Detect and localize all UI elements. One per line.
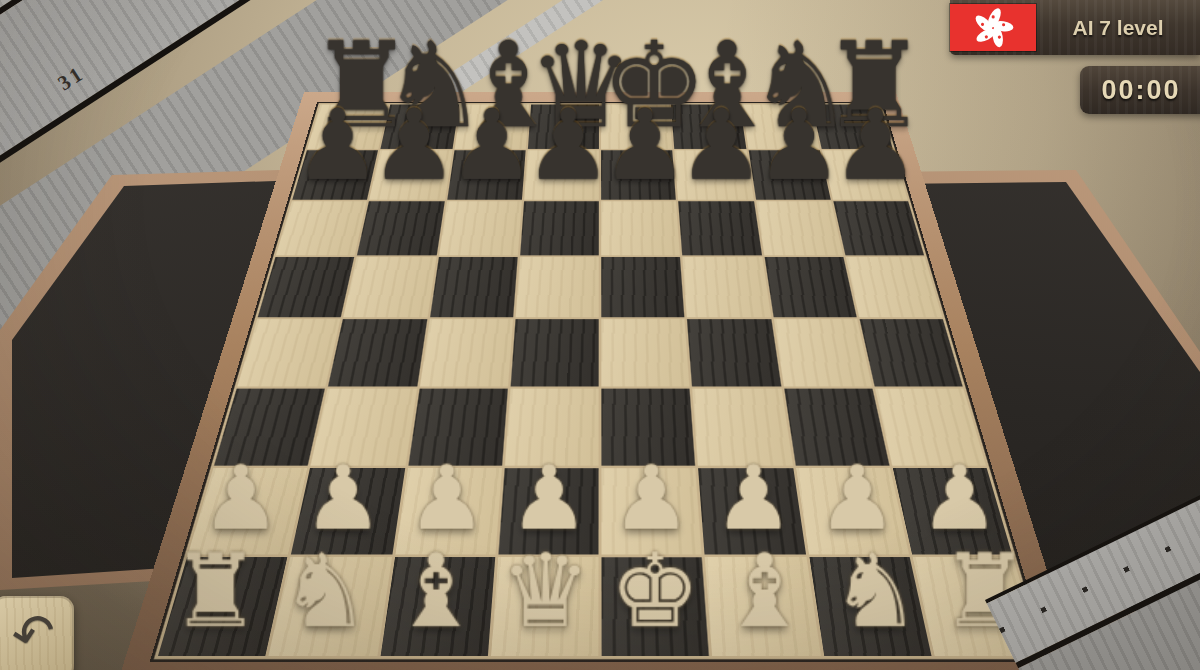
square-g6[interactable]: [756, 201, 843, 255]
square-a7[interactable]: ♟: [292, 150, 378, 199]
black-pawn-d7[interactable]: ♟: [524, 97, 599, 195]
white-pawn-f2[interactable]: ♟: [704, 454, 804, 543]
white-pawn-b2[interactable]: ♟: [294, 454, 394, 543]
ai-level-label: AI 7 level: [1036, 16, 1200, 40]
square-e1[interactable]: ♚: [601, 557, 709, 656]
square-b5[interactable]: [344, 257, 436, 317]
white-pawn-h2[interactable]: ♟: [909, 454, 1009, 543]
square-d6[interactable]: [520, 201, 599, 255]
square-a4[interactable]: [237, 319, 340, 387]
square-f1[interactable]: ♝: [705, 557, 820, 656]
square-e7[interactable]: ♟: [601, 150, 676, 199]
square-f6[interactable]: [678, 201, 761, 255]
white-knight-b1[interactable]: ♞: [272, 540, 379, 641]
square-c5[interactable]: [429, 257, 517, 317]
square-f4[interactable]: [687, 319, 780, 387]
square-h1[interactable]: ♜: [912, 557, 1042, 656]
black-pawn-h7[interactable]: ♟: [832, 97, 907, 195]
square-e5[interactable]: [601, 257, 684, 317]
game-scene: 31 ♜♞♝♛♚♝♞♜♟♟♟♟♟♟♟♟♟♟♟♟♟♟♟♟♜♞♝♛♚♝♞♜: [0, 0, 1200, 670]
square-d7[interactable]: ♟: [524, 150, 599, 199]
square-h4[interactable]: [859, 319, 962, 387]
square-e4[interactable]: [601, 319, 689, 387]
square-f7[interactable]: ♟: [675, 150, 754, 199]
white-pawn-g2[interactable]: ♟: [807, 454, 907, 543]
square-c1[interactable]: ♝: [380, 557, 495, 656]
white-pawn-c2[interactable]: ♟: [396, 454, 496, 543]
white-rook-h1[interactable]: ♜: [931, 540, 1038, 641]
square-a1[interactable]: ♜: [158, 557, 288, 656]
square-a6[interactable]: [276, 201, 367, 255]
ai-level-panel: AI 7 level: [950, 0, 1200, 55]
square-e6[interactable]: [601, 201, 680, 255]
square-g7[interactable]: ♟: [748, 150, 830, 199]
square-g5[interactable]: [764, 257, 856, 317]
square-c6[interactable]: [439, 201, 522, 255]
square-c7[interactable]: ♟: [447, 150, 526, 199]
black-pawn-g7[interactable]: ♟: [755, 97, 830, 195]
timer-panel: 00:00: [1080, 66, 1200, 114]
white-rook-a1[interactable]: ♜: [162, 540, 269, 641]
square-g4[interactable]: [773, 319, 871, 387]
square-g1[interactable]: ♞: [809, 557, 931, 656]
white-pawn-d2[interactable]: ♟: [499, 454, 599, 543]
square-d4[interactable]: [510, 319, 598, 387]
white-bishop-c1[interactable]: ♝: [382, 540, 489, 641]
plank-stencil-text: 31: [53, 61, 89, 97]
white-pawn-a2[interactable]: ♟: [191, 454, 291, 543]
black-pawn-c7[interactable]: ♟: [448, 97, 523, 195]
undo-arrow-icon: ↶: [7, 604, 60, 664]
hong-kong-flag-icon[interactable]: [950, 4, 1036, 51]
square-b7[interactable]: ♟: [370, 150, 452, 199]
chessboard-grid: ♜♞♝♛♚♝♞♜♟♟♟♟♟♟♟♟♟♟♟♟♟♟♟♟♜♞♝♛♚♝♞♜: [150, 102, 1051, 662]
square-f5[interactable]: [683, 257, 771, 317]
white-knight-g1[interactable]: ♞: [821, 540, 928, 641]
white-pawn-e2[interactable]: ♟: [601, 454, 701, 543]
square-b6[interactable]: [357, 201, 444, 255]
square-b4[interactable]: [328, 319, 426, 387]
black-pawn-f7[interactable]: ♟: [678, 97, 753, 195]
white-king-e1[interactable]: ♚: [602, 540, 709, 641]
square-h7[interactable]: ♟: [822, 150, 908, 199]
black-pawn-e7[interactable]: ♟: [601, 97, 676, 195]
square-d5[interactable]: [515, 257, 598, 317]
square-d1[interactable]: ♛: [491, 557, 599, 656]
bauhinia-flower-icon: [971, 6, 1015, 50]
black-pawn-a7[interactable]: ♟: [294, 97, 369, 195]
square-h6[interactable]: [833, 201, 924, 255]
timer-value: 00:00: [1101, 75, 1194, 106]
white-bishop-f1[interactable]: ♝: [711, 540, 818, 641]
undo-button[interactable]: ↶: [0, 596, 74, 670]
white-queen-d1[interactable]: ♛: [492, 540, 599, 641]
square-a5[interactable]: [258, 257, 355, 317]
square-h5[interactable]: [845, 257, 942, 317]
black-pawn-b7[interactable]: ♟: [371, 97, 446, 195]
square-c4[interactable]: [419, 319, 512, 387]
square-b1[interactable]: ♞: [269, 557, 391, 656]
